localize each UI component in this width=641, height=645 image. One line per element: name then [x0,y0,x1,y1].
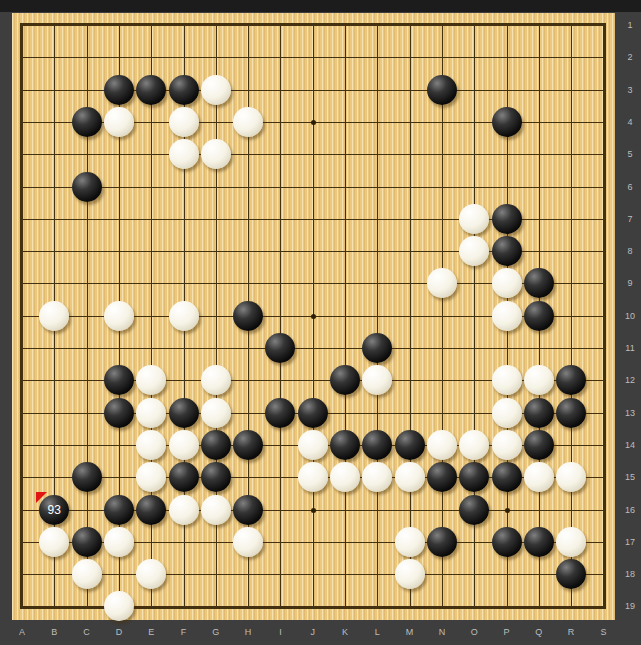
col-label-P: P [499,627,515,637]
row-label-11: 11 [622,343,638,353]
black-stone-L14 [362,430,392,460]
row-label-9: 9 [622,278,638,288]
white-stone-B17 [39,527,69,557]
white-stone-D17 [104,527,134,557]
col-label-D: D [111,627,127,637]
top-window-strip [0,0,641,12]
col-label-S: S [595,627,611,637]
black-stone-E3 [136,75,166,105]
white-stone-Q12 [524,365,554,395]
white-stone-M18 [395,559,425,589]
white-stone-O7 [459,204,489,234]
black-stone-N17 [427,527,457,557]
row-label-15: 15 [622,472,638,482]
white-stone-F4 [169,107,199,137]
white-stone-Q15 [524,462,554,492]
black-stone-H14 [233,430,263,460]
black-stone-C6 [72,172,102,202]
black-stone-D16 [104,495,134,525]
go-app-screen: 93 ABCDEFGHIJKLMNOPQRS 12345678910111213… [0,0,641,645]
white-stone-F10 [169,301,199,331]
white-stone-K15 [330,462,360,492]
black-stone-I13 [265,398,295,428]
black-stone-M14 [395,430,425,460]
col-label-B: B [46,627,62,637]
black-stone-F3 [169,75,199,105]
black-stone-Q14 [524,430,554,460]
white-stone-G13 [201,398,231,428]
black-stone-P4 [492,107,522,137]
white-stone-G3 [201,75,231,105]
col-label-A: A [14,627,30,637]
row-label-10: 10 [622,311,638,321]
col-label-L: L [369,627,385,637]
black-stone-N15 [427,462,457,492]
col-label-C: C [79,627,95,637]
row-label-14: 14 [622,440,638,450]
col-label-N: N [434,627,450,637]
black-stone-E16 [136,495,166,525]
black-stone-R18 [556,559,586,589]
col-label-Q: Q [531,627,547,637]
row-label-18: 18 [622,569,638,579]
black-stone-P17 [492,527,522,557]
black-stone-C15 [72,462,102,492]
black-stone-P8 [492,236,522,266]
last-move-marker [36,492,47,503]
row-label-13: 13 [622,408,638,418]
move-number-label: 93 [48,504,61,516]
black-stone-Q10 [524,301,554,331]
white-stone-D4 [104,107,134,137]
white-stone-N14 [427,430,457,460]
white-stone-P14 [492,430,522,460]
black-stone-R13 [556,398,586,428]
col-label-K: K [337,627,353,637]
black-stone-D13 [104,398,134,428]
col-label-R: R [563,627,579,637]
row-label-1: 1 [622,20,638,30]
go-board[interactable]: 93 [12,13,615,620]
col-label-H: H [240,627,256,637]
white-stone-P10 [492,301,522,331]
hoshi-point-J4 [311,120,316,125]
row-label-12: 12 [622,375,638,385]
black-stone-C4 [72,107,102,137]
row-label-3: 3 [622,85,638,95]
row-label-7: 7 [622,214,638,224]
black-stone-F15 [169,462,199,492]
white-stone-E14 [136,430,166,460]
black-stone-Q17 [524,527,554,557]
black-stone-G15 [201,462,231,492]
white-stone-F5 [169,139,199,169]
white-stone-E13 [136,398,166,428]
row-label-19: 19 [622,601,638,611]
white-stone-F14 [169,430,199,460]
white-stone-M17 [395,527,425,557]
white-stone-D19 [104,591,134,621]
row-label-5: 5 [622,149,638,159]
white-stone-B10 [39,301,69,331]
black-stone-P7 [492,204,522,234]
black-stone-Q9 [524,268,554,298]
white-stone-D10 [104,301,134,331]
hoshi-point-J10 [311,314,316,319]
black-stone-K14 [330,430,360,460]
white-stone-P13 [492,398,522,428]
white-stone-F16 [169,495,199,525]
row-label-2: 2 [622,52,638,62]
black-stone-Q13 [524,398,554,428]
hoshi-point-P16 [505,508,510,513]
white-stone-H17 [233,527,263,557]
col-label-G: G [208,627,224,637]
row-label-4: 4 [622,117,638,127]
white-stone-C18 [72,559,102,589]
black-stone-C17 [72,527,102,557]
black-stone-J13 [298,398,328,428]
white-stone-G5 [201,139,231,169]
hoshi-point-J16 [311,508,316,513]
col-label-F: F [176,627,192,637]
black-stone-N3 [427,75,457,105]
row-label-8: 8 [622,246,638,256]
black-stone-H16 [233,495,263,525]
black-stone-F13 [169,398,199,428]
white-stone-P12 [492,365,522,395]
white-stone-M15 [395,462,425,492]
black-stone-P15 [492,462,522,492]
black-stone-H10 [233,301,263,331]
white-stone-G16 [201,495,231,525]
white-stone-J14 [298,430,328,460]
black-stone-B16: 93 [39,495,69,525]
white-stone-R17 [556,527,586,557]
white-stone-H4 [233,107,263,137]
black-stone-G14 [201,430,231,460]
col-label-J: J [305,627,321,637]
black-stone-D12 [104,365,134,395]
white-stone-J15 [298,462,328,492]
white-stone-O14 [459,430,489,460]
white-stone-G12 [201,365,231,395]
black-stone-D3 [104,75,134,105]
row-label-17: 17 [622,537,638,547]
col-label-E: E [143,627,159,637]
black-stone-O16 [459,495,489,525]
col-label-I: I [272,627,288,637]
row-label-16: 16 [622,505,638,515]
row-label-6: 6 [622,182,638,192]
col-label-O: O [466,627,482,637]
white-stone-P9 [492,268,522,298]
col-label-M: M [402,627,418,637]
